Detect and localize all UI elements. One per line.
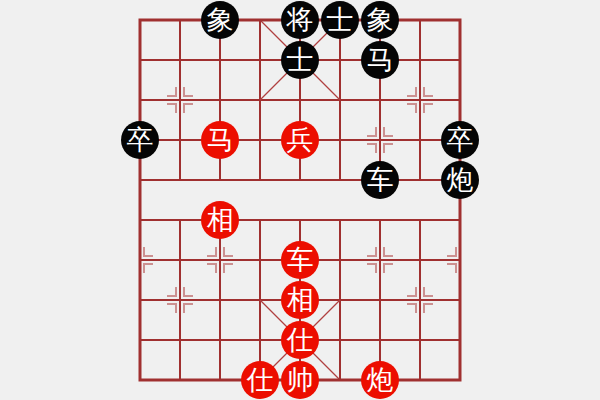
red-advisor-center[interactable]: 仕 <box>281 321 319 359</box>
red-cannon[interactable]: 炮 <box>361 361 399 399</box>
board-point: 卒 <box>120 120 160 160</box>
black-cannon[interactable]: 炮 <box>441 161 479 199</box>
board-point: 相 <box>280 280 320 320</box>
board-point: 象 <box>360 0 400 40</box>
red-elephant-center[interactable]: 相 <box>281 281 319 319</box>
black-pawn-right[interactable]: 卒 <box>441 121 479 159</box>
black-elephant-right[interactable]: 象 <box>361 1 399 39</box>
black-elephant-left[interactable]: 象 <box>201 1 239 39</box>
board-point: 车 <box>360 160 400 200</box>
board-point: 仕 <box>280 320 320 360</box>
board-point: 兵 <box>280 120 320 160</box>
red-elephant-left[interactable]: 相 <box>201 201 239 239</box>
red-pawn[interactable]: 兵 <box>281 121 319 159</box>
red-horse[interactable]: 马 <box>201 121 239 159</box>
board-point: 马 <box>360 40 400 80</box>
board-point: 相 <box>200 200 240 240</box>
board-point: 仕 <box>240 360 280 400</box>
black-general[interactable]: 将 <box>281 1 319 39</box>
board-point: 帅 <box>280 360 320 400</box>
xiangqi-board: 象将士象士马卒卒车炮马兵相车相仕仕帅炮 <box>120 0 480 400</box>
black-chariot[interactable]: 车 <box>361 161 399 199</box>
black-horse[interactable]: 马 <box>361 41 399 79</box>
black-advisor-center[interactable]: 士 <box>281 41 319 79</box>
red-advisor-left[interactable]: 仕 <box>241 361 279 399</box>
board-point: 卒 <box>440 120 480 160</box>
board-point: 象 <box>200 0 240 40</box>
board-point: 将 <box>280 0 320 40</box>
black-advisor-right[interactable]: 士 <box>321 1 359 39</box>
red-chariot[interactable]: 车 <box>281 241 319 279</box>
board-point: 士 <box>320 0 360 40</box>
xiangqi-diagram: 象将士象士马卒卒车炮马兵相车相仕仕帅炮 <box>0 0 600 400</box>
black-pawn-left[interactable]: 卒 <box>121 121 159 159</box>
board-point: 车 <box>280 240 320 280</box>
board-point: 炮 <box>360 360 400 400</box>
board-point: 炮 <box>440 160 480 200</box>
board-point: 马 <box>200 120 240 160</box>
red-general[interactable]: 帅 <box>281 361 319 399</box>
board-point: 士 <box>280 40 320 80</box>
